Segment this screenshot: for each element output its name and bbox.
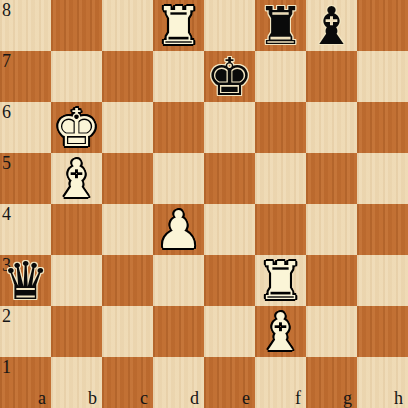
square-c2[interactable] bbox=[102, 306, 153, 357]
square-g4[interactable] bbox=[306, 204, 357, 255]
square-c6[interactable] bbox=[102, 102, 153, 153]
square-g2[interactable] bbox=[306, 306, 357, 357]
square-g7[interactable] bbox=[306, 51, 357, 102]
rank-label-8: 8 bbox=[2, 1, 11, 19]
square-g6[interactable] bbox=[306, 102, 357, 153]
square-g5[interactable] bbox=[306, 153, 357, 204]
square-b6[interactable]: ♚ bbox=[51, 102, 102, 153]
square-c8[interactable] bbox=[102, 0, 153, 51]
square-d4[interactable]: ♟ bbox=[153, 204, 204, 255]
square-e6[interactable] bbox=[204, 102, 255, 153]
square-f3[interactable]: ♜ bbox=[255, 255, 306, 306]
square-h1[interactable]: h bbox=[357, 357, 408, 408]
square-c7[interactable] bbox=[102, 51, 153, 102]
square-g3[interactable] bbox=[306, 255, 357, 306]
square-h6[interactable] bbox=[357, 102, 408, 153]
square-a2[interactable]: 2 bbox=[0, 306, 51, 357]
square-e8[interactable] bbox=[204, 0, 255, 51]
file-label-d: d bbox=[190, 389, 199, 407]
square-d1[interactable]: d bbox=[153, 357, 204, 408]
square-h5[interactable] bbox=[357, 153, 408, 204]
square-h3[interactable] bbox=[357, 255, 408, 306]
square-f8[interactable]: ♜ bbox=[255, 0, 306, 51]
white-pawn-d4[interactable]: ♟ bbox=[155, 205, 202, 256]
white-bishop-f2[interactable]: ♝ bbox=[257, 307, 304, 358]
square-a6[interactable]: 6 bbox=[0, 102, 51, 153]
rank-label-1: 1 bbox=[2, 358, 11, 376]
square-e2[interactable] bbox=[204, 306, 255, 357]
rank-label-6: 6 bbox=[2, 103, 11, 121]
square-f7[interactable] bbox=[255, 51, 306, 102]
square-d5[interactable] bbox=[153, 153, 204, 204]
square-c3[interactable] bbox=[102, 255, 153, 306]
square-f6[interactable] bbox=[255, 102, 306, 153]
file-label-c: c bbox=[140, 389, 148, 407]
square-a5[interactable]: 5 bbox=[0, 153, 51, 204]
black-bishop-g8[interactable]: ♝ bbox=[308, 1, 355, 52]
square-d2[interactable] bbox=[153, 306, 204, 357]
white-rook-d8[interactable]: ♜ bbox=[155, 1, 202, 52]
file-label-e: e bbox=[242, 389, 250, 407]
square-b2[interactable] bbox=[51, 306, 102, 357]
square-d7[interactable] bbox=[153, 51, 204, 102]
file-label-a: a bbox=[38, 389, 46, 407]
white-bishop-b5[interactable]: ♝ bbox=[53, 154, 100, 205]
square-d8[interactable]: ♜ bbox=[153, 0, 204, 51]
square-a4[interactable]: 4 bbox=[0, 204, 51, 255]
square-h4[interactable] bbox=[357, 204, 408, 255]
square-e3[interactable] bbox=[204, 255, 255, 306]
square-a3[interactable]: 3♛ bbox=[0, 255, 51, 306]
square-h7[interactable] bbox=[357, 51, 408, 102]
square-f5[interactable] bbox=[255, 153, 306, 204]
square-a7[interactable]: 7 bbox=[0, 51, 51, 102]
white-rook-f3[interactable]: ♜ bbox=[257, 256, 304, 307]
file-label-h: h bbox=[394, 389, 403, 407]
square-a8[interactable]: 8 bbox=[0, 0, 51, 51]
rank-label-5: 5 bbox=[2, 154, 11, 172]
black-king-e7[interactable]: ♚ bbox=[206, 52, 253, 103]
black-rook-f8[interactable]: ♜ bbox=[257, 1, 304, 52]
chess-board: 8♜♜♝7♚6♚5♝4♟3♛♜2♝1abcdefgh bbox=[0, 0, 408, 408]
square-e1[interactable]: e bbox=[204, 357, 255, 408]
square-h8[interactable] bbox=[357, 0, 408, 51]
square-c1[interactable]: c bbox=[102, 357, 153, 408]
square-b7[interactable] bbox=[51, 51, 102, 102]
white-king-b6[interactable]: ♚ bbox=[53, 103, 100, 154]
square-b5[interactable]: ♝ bbox=[51, 153, 102, 204]
square-f1[interactable]: f bbox=[255, 357, 306, 408]
square-e7[interactable]: ♚ bbox=[204, 51, 255, 102]
rank-label-4: 4 bbox=[2, 205, 11, 223]
square-f4[interactable] bbox=[255, 204, 306, 255]
square-c4[interactable] bbox=[102, 204, 153, 255]
black-queen-a3[interactable]: ♛ bbox=[2, 256, 49, 307]
file-label-g: g bbox=[343, 389, 352, 407]
square-b4[interactable] bbox=[51, 204, 102, 255]
square-b8[interactable] bbox=[51, 0, 102, 51]
file-label-f: f bbox=[295, 389, 301, 407]
file-label-b: b bbox=[88, 389, 97, 407]
square-g8[interactable]: ♝ bbox=[306, 0, 357, 51]
rank-label-7: 7 bbox=[2, 52, 11, 70]
square-b3[interactable] bbox=[51, 255, 102, 306]
square-c5[interactable] bbox=[102, 153, 153, 204]
square-h2[interactable] bbox=[357, 306, 408, 357]
square-d3[interactable] bbox=[153, 255, 204, 306]
square-e4[interactable] bbox=[204, 204, 255, 255]
square-d6[interactable] bbox=[153, 102, 204, 153]
square-f2[interactable]: ♝ bbox=[255, 306, 306, 357]
square-e5[interactable] bbox=[204, 153, 255, 204]
square-a1[interactable]: 1a bbox=[0, 357, 51, 408]
square-g1[interactable]: g bbox=[306, 357, 357, 408]
square-b1[interactable]: b bbox=[51, 357, 102, 408]
